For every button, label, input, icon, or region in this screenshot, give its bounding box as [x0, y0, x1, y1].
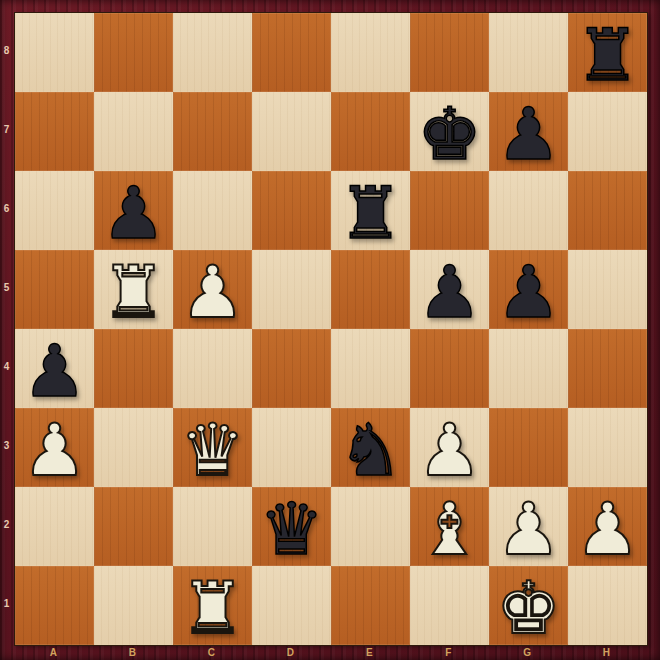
piece-white-queen[interactable]: ♛: [180, 414, 245, 486]
piece-white-pawn[interactable]: ♟: [496, 493, 561, 565]
square-g7[interactable]: ♟: [489, 92, 568, 171]
file-label-a: A: [14, 647, 93, 658]
square-d1[interactable]: [252, 566, 331, 645]
rank-label-3: 3: [0, 441, 13, 451]
square-c2[interactable]: [173, 487, 252, 566]
rank-label-4: 4: [0, 362, 13, 372]
square-c1[interactable]: ♜: [173, 566, 252, 645]
rank-label-5: 5: [0, 283, 13, 293]
file-label-b: B: [93, 647, 172, 658]
piece-black-pawn[interactable]: ♟: [417, 256, 482, 328]
piece-white-pawn[interactable]: ♟: [180, 256, 245, 328]
piece-black-pawn[interactable]: ♟: [22, 335, 87, 407]
square-f8[interactable]: [410, 13, 489, 92]
square-f3[interactable]: ♟: [410, 408, 489, 487]
chess-board-screenshot: ♜♚♟♟♜♜♟♟♟♟♟♛♞♟♛♝♟♟♜♚ 87654321 ABCDEFGH: [0, 0, 660, 660]
square-g4[interactable]: [489, 329, 568, 408]
file-label-f: F: [409, 647, 488, 658]
square-b6[interactable]: ♟: [94, 171, 173, 250]
square-g6[interactable]: [489, 171, 568, 250]
piece-white-bishop[interactable]: ♝: [417, 493, 482, 565]
square-b8[interactable]: [94, 13, 173, 92]
square-f1[interactable]: [410, 566, 489, 645]
square-c6[interactable]: [173, 171, 252, 250]
square-g3[interactable]: [489, 408, 568, 487]
piece-black-queen[interactable]: ♛: [259, 493, 324, 565]
square-f6[interactable]: [410, 171, 489, 250]
chess-board: ♜♚♟♟♜♜♟♟♟♟♟♛♞♟♛♝♟♟♜♚: [14, 12, 648, 646]
square-a3[interactable]: ♟: [15, 408, 94, 487]
rank-label-6: 6: [0, 204, 13, 214]
square-d5[interactable]: [252, 250, 331, 329]
square-h2[interactable]: ♟: [568, 487, 647, 566]
square-h5[interactable]: [568, 250, 647, 329]
square-f2[interactable]: ♝: [410, 487, 489, 566]
rank-label-2: 2: [0, 520, 13, 530]
square-c7[interactable]: [173, 92, 252, 171]
piece-white-pawn[interactable]: ♟: [417, 414, 482, 486]
square-e8[interactable]: [331, 13, 410, 92]
square-a8[interactable]: [15, 13, 94, 92]
square-a2[interactable]: [15, 487, 94, 566]
piece-white-king[interactable]: ♚: [496, 572, 561, 644]
square-b3[interactable]: [94, 408, 173, 487]
rank-label-7: 7: [0, 125, 13, 135]
square-f5[interactable]: ♟: [410, 250, 489, 329]
piece-black-pawn[interactable]: ♟: [496, 98, 561, 170]
square-g2[interactable]: ♟: [489, 487, 568, 566]
square-h4[interactable]: [568, 329, 647, 408]
square-e7[interactable]: [331, 92, 410, 171]
square-a5[interactable]: [15, 250, 94, 329]
rank-label-1: 1: [0, 599, 13, 609]
square-e6[interactable]: ♜: [331, 171, 410, 250]
square-f7[interactable]: ♚: [410, 92, 489, 171]
square-c8[interactable]: [173, 13, 252, 92]
square-h6[interactable]: [568, 171, 647, 250]
file-label-e: E: [330, 647, 409, 658]
piece-black-king[interactable]: ♚: [417, 98, 482, 170]
square-e2[interactable]: [331, 487, 410, 566]
square-d8[interactable]: [252, 13, 331, 92]
square-d4[interactable]: [252, 329, 331, 408]
square-h7[interactable]: [568, 92, 647, 171]
piece-black-rook[interactable]: ♜: [338, 177, 403, 249]
square-c4[interactable]: [173, 329, 252, 408]
square-e4[interactable]: [331, 329, 410, 408]
square-h8[interactable]: ♜: [568, 13, 647, 92]
square-g8[interactable]: [489, 13, 568, 92]
square-c3[interactable]: ♛: [173, 408, 252, 487]
square-a6[interactable]: [15, 171, 94, 250]
square-e1[interactable]: [331, 566, 410, 645]
square-d7[interactable]: [252, 92, 331, 171]
square-e5[interactable]: [331, 250, 410, 329]
square-a4[interactable]: ♟: [15, 329, 94, 408]
file-label-c: C: [172, 647, 251, 658]
piece-black-knight[interactable]: ♞: [338, 414, 403, 486]
piece-white-rook[interactable]: ♜: [101, 256, 166, 328]
square-g1[interactable]: ♚: [489, 566, 568, 645]
square-d2[interactable]: ♛: [252, 487, 331, 566]
square-b7[interactable]: [94, 92, 173, 171]
file-label-d: D: [251, 647, 330, 658]
square-e3[interactable]: ♞: [331, 408, 410, 487]
square-b5[interactable]: ♜: [94, 250, 173, 329]
file-label-g: G: [488, 647, 567, 658]
rank-label-8: 8: [0, 46, 13, 56]
file-label-h: H: [567, 647, 646, 658]
piece-white-pawn[interactable]: ♟: [22, 414, 87, 486]
square-a1[interactable]: [15, 566, 94, 645]
piece-black-rook[interactable]: ♜: [575, 19, 640, 91]
square-d3[interactable]: [252, 408, 331, 487]
square-h3[interactable]: [568, 408, 647, 487]
square-b2[interactable]: [94, 487, 173, 566]
square-f4[interactable]: [410, 329, 489, 408]
square-g5[interactable]: ♟: [489, 250, 568, 329]
piece-black-pawn[interactable]: ♟: [101, 177, 166, 249]
square-b1[interactable]: [94, 566, 173, 645]
piece-white-rook[interactable]: ♜: [180, 572, 245, 644]
piece-black-pawn[interactable]: ♟: [496, 256, 561, 328]
square-h1[interactable]: [568, 566, 647, 645]
piece-white-pawn[interactable]: ♟: [575, 493, 640, 565]
square-a7[interactable]: [15, 92, 94, 171]
square-b4[interactable]: [94, 329, 173, 408]
square-c5[interactable]: ♟: [173, 250, 252, 329]
square-d6[interactable]: [252, 171, 331, 250]
